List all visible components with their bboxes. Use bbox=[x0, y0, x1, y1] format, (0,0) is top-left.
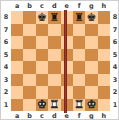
square-g6 bbox=[85, 36, 97, 49]
square-b3 bbox=[23, 74, 35, 87]
square-a7 bbox=[11, 24, 23, 37]
square-d6 bbox=[48, 36, 60, 49]
piece-white-rook-d1: ♜ bbox=[49, 99, 59, 110]
square-g2 bbox=[85, 86, 97, 99]
file-label: g bbox=[85, 1, 97, 11]
rank-label: 5 bbox=[110, 49, 119, 62]
rank-label: 7 bbox=[1, 24, 11, 37]
square-d5 bbox=[48, 49, 60, 62]
square-d4 bbox=[48, 61, 60, 74]
piece-white-king-c1: ♚ bbox=[37, 99, 47, 110]
square-g5 bbox=[85, 49, 97, 62]
file-label: f bbox=[73, 111, 85, 120]
square-a2 bbox=[11, 86, 23, 99]
square-g3 bbox=[85, 74, 97, 87]
rank-label: 2 bbox=[1, 86, 11, 99]
square-f6 bbox=[73, 36, 85, 49]
file-labels-top: abcdefgh bbox=[11, 1, 110, 11]
file-label: c bbox=[36, 1, 48, 11]
file-label: a bbox=[11, 1, 23, 11]
piece-white-rook-f1: ♜ bbox=[74, 99, 84, 110]
file-label: h bbox=[98, 1, 110, 11]
piece-black-rook-d8: ♜ bbox=[49, 12, 59, 23]
file-label: d bbox=[48, 1, 60, 11]
square-f8: ♜ bbox=[73, 11, 85, 24]
square-h7 bbox=[98, 24, 110, 37]
rank-label: 8 bbox=[1, 11, 11, 24]
rank-label: 7 bbox=[110, 24, 119, 37]
file-label: a bbox=[11, 111, 23, 120]
square-d3 bbox=[48, 74, 60, 87]
rank-label: 8 bbox=[110, 11, 119, 24]
file-labels-bottom: abcdefgh bbox=[11, 111, 110, 120]
square-f1: ♜ bbox=[73, 99, 85, 112]
square-c2 bbox=[36, 86, 48, 99]
square-h4 bbox=[98, 61, 110, 74]
rank-label: 6 bbox=[1, 36, 11, 49]
square-b1 bbox=[23, 99, 35, 112]
file-label: h bbox=[98, 111, 110, 120]
rank-label: 1 bbox=[1, 99, 11, 112]
file-label: b bbox=[23, 1, 35, 11]
square-b2 bbox=[23, 86, 35, 99]
square-a6 bbox=[11, 36, 23, 49]
rank-label: 4 bbox=[110, 61, 119, 74]
square-f5 bbox=[73, 49, 85, 62]
file-label: f bbox=[73, 1, 85, 11]
square-f3 bbox=[73, 74, 85, 87]
square-c7 bbox=[36, 24, 48, 37]
square-g1: ♚ bbox=[85, 99, 97, 112]
castling-divider-line bbox=[64, 10, 67, 113]
square-h1 bbox=[98, 99, 110, 112]
rank-label: 3 bbox=[110, 74, 119, 87]
square-a4 bbox=[11, 61, 23, 74]
file-label: c bbox=[36, 111, 48, 120]
square-b6 bbox=[23, 36, 35, 49]
square-b5 bbox=[23, 49, 35, 62]
rank-labels-right: 87654321 bbox=[110, 11, 119, 111]
file-label: d bbox=[48, 111, 60, 120]
square-d8: ♜ bbox=[48, 11, 60, 24]
square-g7 bbox=[85, 24, 97, 37]
castling-diagram: abcdefgh 87654321 ♚♜♜♚♚♜♜♚ 87654321 abcd… bbox=[0, 0, 119, 120]
square-b7 bbox=[23, 24, 35, 37]
square-h6 bbox=[98, 36, 110, 49]
rank-label: 4 bbox=[1, 61, 11, 74]
square-c3 bbox=[36, 74, 48, 87]
rank-label: 1 bbox=[110, 99, 119, 112]
square-a3 bbox=[11, 74, 23, 87]
square-d2 bbox=[48, 86, 60, 99]
rank-label: 3 bbox=[1, 74, 11, 87]
square-h5 bbox=[98, 49, 110, 62]
square-f4 bbox=[73, 61, 85, 74]
square-a5 bbox=[11, 49, 23, 62]
square-h3 bbox=[98, 74, 110, 87]
square-a1 bbox=[11, 99, 23, 112]
square-c8: ♚ bbox=[36, 11, 48, 24]
square-c4 bbox=[36, 61, 48, 74]
square-a8 bbox=[11, 11, 23, 24]
square-h2 bbox=[98, 86, 110, 99]
square-d1: ♜ bbox=[48, 99, 60, 112]
square-c6 bbox=[36, 36, 48, 49]
rank-label: 6 bbox=[110, 36, 119, 49]
square-c1: ♚ bbox=[36, 99, 48, 112]
square-d7 bbox=[48, 24, 60, 37]
square-f2 bbox=[73, 86, 85, 99]
piece-black-rook-f8: ♜ bbox=[74, 12, 84, 23]
rank-label: 5 bbox=[1, 49, 11, 62]
piece-white-king-g1: ♚ bbox=[87, 99, 97, 110]
square-c5 bbox=[36, 49, 48, 62]
rank-label: 2 bbox=[110, 86, 119, 99]
square-b4 bbox=[23, 61, 35, 74]
square-h8 bbox=[98, 11, 110, 24]
piece-black-king-c8: ♚ bbox=[37, 12, 47, 23]
piece-black-king-g8: ♚ bbox=[87, 12, 97, 23]
chess-board: ♚♜♜♚♚♜♜♚ bbox=[11, 11, 110, 111]
square-g8: ♚ bbox=[85, 11, 97, 24]
square-f7 bbox=[73, 24, 85, 37]
square-g4 bbox=[85, 61, 97, 74]
file-label: b bbox=[23, 111, 35, 120]
file-label: g bbox=[85, 111, 97, 120]
rank-labels-left: 87654321 bbox=[1, 11, 11, 111]
square-b8 bbox=[23, 11, 35, 24]
